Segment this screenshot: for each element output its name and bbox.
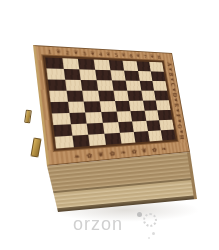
square-h4 <box>156 100 170 110</box>
brass-hinge <box>24 110 32 124</box>
chess-board <box>43 55 178 151</box>
square-c4 <box>84 101 101 112</box>
square-b3 <box>69 112 87 124</box>
watermark: orzon <box>73 212 168 242</box>
square-h7 <box>151 71 165 81</box>
square-c3 <box>85 112 102 124</box>
square-h1 <box>161 130 176 141</box>
square-d3 <box>101 112 118 123</box>
frame-coordinate: B <box>168 73 174 77</box>
square-d7 <box>95 70 111 81</box>
square-d8 <box>94 60 110 71</box>
square-b7 <box>63 69 81 80</box>
square-b8 <box>62 58 80 69</box>
watermark-logo-spark <box>152 232 155 235</box>
square-c1 <box>88 134 105 146</box>
square-h5 <box>154 91 168 101</box>
square-h3 <box>158 110 173 120</box>
ornament-glyph: ❦ <box>136 53 141 58</box>
square-d5 <box>98 91 115 102</box>
square-a6 <box>48 80 66 91</box>
frame-coordinate: G <box>177 124 183 129</box>
frame-coordinate: F <box>176 114 182 118</box>
ornament-glyph: ❦ <box>106 51 111 57</box>
square-b4 <box>68 102 86 113</box>
frame-coordinate: A <box>166 62 172 66</box>
ornament-glyph: ❦ <box>175 109 181 112</box>
square-c7 <box>80 69 97 80</box>
ornament-glyph: ❦ <box>121 52 126 58</box>
square-c6 <box>81 80 98 91</box>
ornament-glyph: ❦ <box>171 88 177 91</box>
frame-coordinate: H <box>179 135 185 140</box>
frame-coordinate: E <box>174 103 180 107</box>
square-a3 <box>52 113 71 125</box>
square-b5 <box>66 91 84 102</box>
square-h6 <box>153 81 167 91</box>
square-b1 <box>72 135 90 148</box>
square-e4 <box>115 101 131 112</box>
frame-coordinate: 4 <box>99 51 103 57</box>
ornament-glyph: ❦ <box>150 54 155 59</box>
brass-hinge <box>30 137 41 157</box>
frame-coordinate: D <box>172 93 178 97</box>
frame-coordinate: C <box>170 83 176 87</box>
ornament-glyph: ❦ <box>56 49 62 55</box>
square-a8 <box>45 57 63 68</box>
frame-coordinate: 3 <box>82 50 86 56</box>
frame-coordinate: 6 <box>129 53 133 58</box>
square-h8 <box>149 62 163 72</box>
square-a4 <box>51 102 70 114</box>
ornament-glyph: ❦ <box>73 50 78 56</box>
square-d1 <box>104 133 121 145</box>
square-d4 <box>100 101 117 112</box>
square-a5 <box>49 91 67 102</box>
watermark-logo-spark <box>148 237 150 239</box>
watermark-text: orzon <box>73 214 123 235</box>
ornament-glyph: ❦ <box>169 78 175 81</box>
square-c8 <box>78 59 95 70</box>
watermark-logo-circle <box>143 213 157 227</box>
product-photo: 1❦2❦3❦4❦5❦6❦7❦8 A❦B❦C❦D❦E❦F❦G❦H ❧ ✿ ❦ ✿ … <box>0 0 219 250</box>
ornament-glyph: ❦ <box>178 130 184 134</box>
ornament-glyph: ❦ <box>173 98 179 101</box>
square-a7 <box>46 68 64 79</box>
frame-coordinate: 5 <box>114 52 118 58</box>
square-e5 <box>113 91 129 101</box>
frame-coordinate: 7 <box>144 53 148 58</box>
ornament-glyph: ❦ <box>167 68 173 71</box>
frame-coordinate: 1 <box>48 48 52 54</box>
square-d6 <box>97 80 113 90</box>
ornament-glyph: ❦ <box>90 51 95 57</box>
ornament-glyph: ❦ <box>177 119 183 123</box>
square-a1 <box>55 136 74 149</box>
square-b6 <box>65 80 83 91</box>
chess-box-lid: 1❦2❦3❦4❦5❦6❦7❦8 A❦B❦C❦D❦E❦F❦G❦H ❧ ✿ ❦ ✿ … <box>33 45 190 166</box>
square-e1 <box>119 132 135 144</box>
watermark-logo-dot <box>137 212 142 217</box>
square-e3 <box>116 111 132 122</box>
frame-coordinate: 2 <box>65 49 69 55</box>
square-e6 <box>111 80 127 90</box>
frame-coordinate: 8 <box>157 54 160 59</box>
square-c5 <box>82 91 99 102</box>
